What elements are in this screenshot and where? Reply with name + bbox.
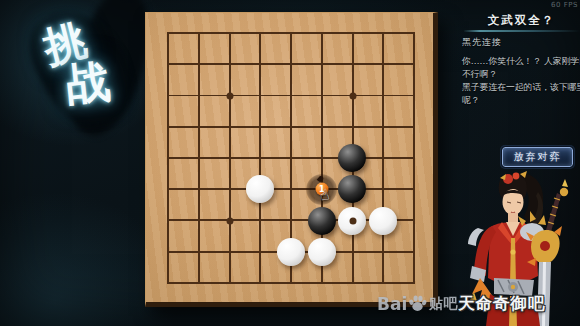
tieba-logo-text: 贴吧: [429, 295, 457, 313]
stone-white: [246, 175, 274, 203]
stone-white: [369, 207, 397, 235]
stone-black: [338, 144, 366, 172]
baidu-logo-text: Bai: [377, 294, 407, 314]
objective-text: 黑先连接: [462, 36, 502, 49]
resign-button[interactable]: 放弃对弈: [502, 147, 573, 167]
tieba-name-watermark: 天命奇御吧: [458, 293, 546, 315]
hint-marker[interactable]: 1 ☝: [306, 174, 337, 205]
fps-counter: 60 FPS: [551, 1, 578, 9]
stone-black: [338, 175, 366, 203]
spark-icon: [317, 175, 325, 183]
hand-cursor-icon: ☝: [318, 185, 331, 205]
baidu-tieba-watermark: Bai 贴吧: [377, 293, 457, 314]
star-point: [226, 217, 233, 224]
panel-divider: [464, 30, 580, 32]
go-board[interactable]: 1 ☝: [145, 12, 438, 307]
paw-icon: [407, 293, 428, 314]
dialogue-text: 你……你笑什么！？ 人家刚学围棋 不行啊？ 黑子要连在一起的话，该下哪里好 呢？: [462, 55, 580, 107]
star-point: [226, 92, 233, 99]
challenge-banner-char: 战: [63, 52, 113, 115]
game-screen: 挑 战 1 ☝ 60 FPS 文武双全？ 黑先连接 你……你笑什么！？ 人家刚学…: [0, 0, 580, 326]
star-point: [349, 92, 356, 99]
star-point: [349, 217, 356, 224]
stones-grid[interactable]: 1 ☝: [153, 17, 430, 298]
stone-white: [308, 238, 336, 266]
panel-title: 文武双全？: [463, 13, 580, 28]
stone-black: [308, 207, 336, 235]
stone-white: [277, 238, 305, 266]
